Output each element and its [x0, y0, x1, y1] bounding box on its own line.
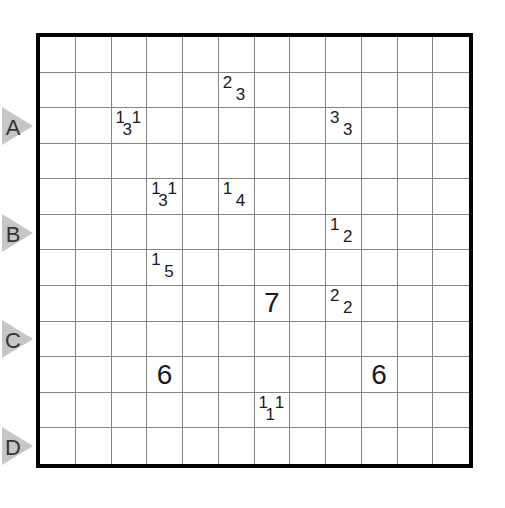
cell-r9c4[interactable]: [183, 357, 219, 393]
row-marker-c: C: [2, 320, 34, 358]
cell-r3c6[interactable]: [255, 144, 291, 180]
clue-number: 3: [343, 121, 352, 138]
cell-r6c5[interactable]: [219, 250, 255, 286]
cell-r7c9[interactable]: [362, 286, 398, 322]
cell-r10c11[interactable]: [433, 393, 469, 429]
cell-r4c10[interactable]: [398, 179, 434, 215]
cell-r6c6[interactable]: [255, 250, 291, 286]
cell-r11c5[interactable]: [219, 428, 255, 464]
cell-r3c3[interactable]: [147, 144, 183, 180]
cell-r5c11[interactable]: [433, 215, 469, 251]
cell-r1c8[interactable]: [326, 73, 362, 109]
cell-r3c10[interactable]: [398, 144, 434, 180]
cell-r0c6[interactable]: [255, 37, 291, 73]
cell-r0c5[interactable]: [219, 37, 255, 73]
cell-r8c6[interactable]: [255, 322, 291, 358]
cell-r0c11[interactable]: [433, 37, 469, 73]
cell-r10c3[interactable]: [147, 393, 183, 429]
cell-r4c8[interactable]: [326, 179, 362, 215]
cell-r5c3[interactable]: [147, 215, 183, 251]
cell-r1c5: 23: [219, 73, 255, 109]
cell-r5c9[interactable]: [362, 215, 398, 251]
cell-r7c7[interactable]: [290, 286, 326, 322]
cell-r2c6[interactable]: [255, 108, 291, 144]
cell-r10c2[interactable]: [112, 393, 148, 429]
cell-r5c1[interactable]: [76, 215, 112, 251]
cell-r2c11[interactable]: [433, 108, 469, 144]
cell-r2c9[interactable]: [362, 108, 398, 144]
cell-r11c3[interactable]: [147, 428, 183, 464]
cell-r6c8[interactable]: [326, 250, 362, 286]
cell-r11c1[interactable]: [76, 428, 112, 464]
cell-r6c2[interactable]: [112, 250, 148, 286]
cell-r9c7[interactable]: [290, 357, 326, 393]
cell-r0c4[interactable]: [183, 37, 219, 73]
cell-r11c9[interactable]: [362, 428, 398, 464]
cell-r6c4[interactable]: [183, 250, 219, 286]
cell-r8c3[interactable]: [147, 322, 183, 358]
clue-number: 1: [132, 109, 141, 126]
cell-r10c1[interactable]: [76, 393, 112, 429]
cell-r3c9[interactable]: [362, 144, 398, 180]
cell-r10c7[interactable]: [290, 393, 326, 429]
cell-r2c7[interactable]: [290, 108, 326, 144]
row-marker-a: A: [2, 107, 34, 145]
clue-number: 3: [236, 86, 245, 103]
cell-r4c5: 14: [219, 179, 255, 215]
cell-r5c8: 12: [326, 215, 362, 251]
cell-r10c10[interactable]: [398, 393, 434, 429]
cell-r9c6[interactable]: [255, 357, 291, 393]
cell-r7c2[interactable]: [112, 286, 148, 322]
cell-r0c7[interactable]: [290, 37, 326, 73]
cell-r9c5[interactable]: [219, 357, 255, 393]
cell-r5c4[interactable]: [183, 215, 219, 251]
cell-r1c11[interactable]: [433, 73, 469, 109]
cell-r4c2[interactable]: [112, 179, 148, 215]
cell-r8c1[interactable]: [76, 322, 112, 358]
clue-number: 2: [330, 287, 339, 304]
cell-r11c4[interactable]: [183, 428, 219, 464]
cell-r7c3[interactable]: [147, 286, 183, 322]
cell-r8c9[interactable]: [362, 322, 398, 358]
cell-r8c2[interactable]: [112, 322, 148, 358]
cell-r8c7[interactable]: [290, 322, 326, 358]
clue-number: 3: [158, 192, 167, 209]
marker-label: B: [6, 221, 21, 246]
cell-r1c6[interactable]: [255, 73, 291, 109]
cell-r2c1[interactable]: [76, 108, 112, 144]
cell-r0c2[interactable]: [112, 37, 148, 73]
clue-number: 3: [123, 121, 132, 138]
clue-number: 1: [330, 216, 339, 233]
cell-r7c11[interactable]: [433, 286, 469, 322]
cell-r6c1[interactable]: [76, 250, 112, 286]
cell-r5c5[interactable]: [219, 215, 255, 251]
marker-label: A: [6, 114, 21, 139]
cell-r1c9[interactable]: [362, 73, 398, 109]
cell-r6c0[interactable]: [40, 250, 76, 286]
cell-r4c9[interactable]: [362, 179, 398, 215]
cell-r10c0[interactable]: [40, 393, 76, 429]
clue-number: 1: [168, 180, 177, 197]
cell-r8c0[interactable]: [40, 322, 76, 358]
marker-label: D: [5, 435, 21, 460]
cell-r2c0[interactable]: [40, 108, 76, 144]
cell-r1c2[interactable]: [112, 73, 148, 109]
cell-r3c2[interactable]: [112, 144, 148, 180]
cell-r7c6: 7: [255, 286, 291, 322]
cell-r9c3: 6: [147, 357, 183, 393]
cell-r8c8[interactable]: [326, 322, 362, 358]
clue-number: 6: [362, 357, 397, 392]
row-marker-b: B: [2, 214, 34, 252]
cell-r4c3: 131: [147, 179, 183, 215]
cell-r4c6[interactable]: [255, 179, 291, 215]
cell-r3c1[interactable]: [76, 144, 112, 180]
cell-r5c6[interactable]: [255, 215, 291, 251]
cell-r8c5[interactable]: [219, 322, 255, 358]
cell-r0c1[interactable]: [76, 37, 112, 73]
row-marker-d: D: [2, 427, 34, 465]
cell-r8c4[interactable]: [183, 322, 219, 358]
cell-r9c0[interactable]: [40, 357, 76, 393]
clue-number: 7: [255, 286, 290, 321]
cell-r3c11[interactable]: [433, 144, 469, 180]
cell-r0c9[interactable]: [362, 37, 398, 73]
cell-r7c10[interactable]: [398, 286, 434, 322]
cell-r9c11[interactable]: [433, 357, 469, 393]
cell-r3c8[interactable]: [326, 144, 362, 180]
clue-number: 2: [343, 299, 352, 316]
clue-number: 6: [147, 357, 182, 392]
cell-r4c7[interactable]: [290, 179, 326, 215]
cell-r0c0[interactable]: [40, 37, 76, 73]
cell-r1c0[interactable]: [40, 73, 76, 109]
cell-r2c2: 131: [112, 108, 148, 144]
cell-r9c2[interactable]: [112, 357, 148, 393]
cell-r1c1[interactable]: [76, 73, 112, 109]
cell-r2c10[interactable]: [398, 108, 434, 144]
cell-r11c11[interactable]: [433, 428, 469, 464]
cell-r9c8[interactable]: [326, 357, 362, 393]
cell-r6c11[interactable]: [433, 250, 469, 286]
cell-r10c4[interactable]: [183, 393, 219, 429]
cell-r0c8[interactable]: [326, 37, 362, 73]
cell-r10c5[interactable]: [219, 393, 255, 429]
cell-r4c4[interactable]: [183, 179, 219, 215]
cell-r11c7[interactable]: [290, 428, 326, 464]
cell-r1c10[interactable]: [398, 73, 434, 109]
cell-r1c7[interactable]: [290, 73, 326, 109]
marker-label: C: [5, 328, 21, 353]
cell-r11c0[interactable]: [40, 428, 76, 464]
cell-r9c9: 6: [362, 357, 398, 393]
cell-r5c0[interactable]: [40, 215, 76, 251]
cell-r6c7[interactable]: [290, 250, 326, 286]
cell-r10c8[interactable]: [326, 393, 362, 429]
cell-r1c4[interactable]: [183, 73, 219, 109]
cell-r7c0[interactable]: [40, 286, 76, 322]
clue-number: 3: [330, 109, 339, 126]
cell-r5c2[interactable]: [112, 215, 148, 251]
cell-r3c7[interactable]: [290, 144, 326, 180]
clue-number: 1: [266, 406, 275, 423]
cell-r8c10[interactable]: [398, 322, 434, 358]
cell-r11c6[interactable]: [255, 428, 291, 464]
cell-r7c8: 22: [326, 286, 362, 322]
clue-number: 2: [343, 228, 352, 245]
cell-r3c4[interactable]: [183, 144, 219, 180]
cell-r4c11[interactable]: [433, 179, 469, 215]
cell-r11c8[interactable]: [326, 428, 362, 464]
cell-r6c9[interactable]: [362, 250, 398, 286]
tapa-puzzle-page: 231313313114121572266111 ABCD: [0, 0, 505, 508]
cell-r10c6: 111: [255, 393, 291, 429]
cell-r5c7[interactable]: [290, 215, 326, 251]
clue-number: 1: [223, 180, 232, 197]
cell-r7c4[interactable]: [183, 286, 219, 322]
cell-r10c9[interactable]: [362, 393, 398, 429]
cell-r2c3[interactable]: [147, 108, 183, 144]
cell-r11c2[interactable]: [112, 428, 148, 464]
cell-r8c11[interactable]: [433, 322, 469, 358]
cell-r6c3: 15: [147, 250, 183, 286]
clue-number: 5: [164, 263, 173, 280]
cell-r3c5[interactable]: [219, 144, 255, 180]
cell-r2c4[interactable]: [183, 108, 219, 144]
cell-r4c1[interactable]: [76, 179, 112, 215]
clue-number: 1: [151, 251, 160, 268]
cell-r2c8: 33: [326, 108, 362, 144]
clue-number: 1: [275, 394, 284, 411]
cell-r9c1[interactable]: [76, 357, 112, 393]
clue-number: 2: [223, 74, 232, 91]
cell-r4c0[interactable]: [40, 179, 76, 215]
cell-r1c3[interactable]: [147, 73, 183, 109]
cell-r6c10[interactable]: [398, 250, 434, 286]
cell-r7c1[interactable]: [76, 286, 112, 322]
cell-r0c10[interactable]: [398, 37, 434, 73]
cell-r7c5[interactable]: [219, 286, 255, 322]
board: 231313313114121572266111: [36, 33, 473, 468]
cell-r0c3[interactable]: [147, 37, 183, 73]
cell-r2c5[interactable]: [219, 108, 255, 144]
cell-r9c10[interactable]: [398, 357, 434, 393]
cell-r11c10[interactable]: [398, 428, 434, 464]
cell-r5c10[interactable]: [398, 215, 434, 251]
cell-r3c0[interactable]: [40, 144, 76, 180]
clue-number: 4: [236, 192, 245, 209]
